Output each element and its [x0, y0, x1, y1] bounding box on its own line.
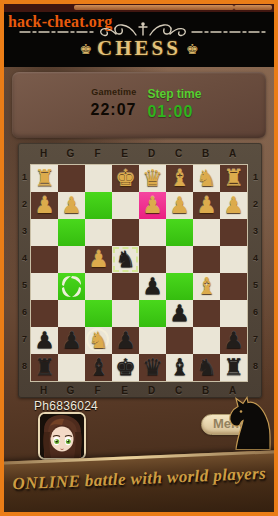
square-b5[interactable]: ♝: [193, 273, 220, 300]
piece-bP-g7[interactable]: ♟: [58, 327, 85, 354]
chess-board[interactable]: ♜♚♛♝♞♜♟♟♟♟♟♟♟♞♟♝♟♟♟♞♟♟♜♝♚♛♝♞♜: [30, 164, 248, 382]
claw-warning-icon: [58, 273, 85, 300]
coord-label: F: [84, 148, 111, 159]
game-title: CHESS: [97, 38, 181, 59]
square-g4[interactable]: [58, 246, 85, 273]
square-b7[interactable]: [193, 327, 220, 354]
coord-label: D: [138, 148, 165, 159]
clock-panel: Gametime 22:07 Step time 01:00: [12, 72, 266, 138]
square-c5[interactable]: [166, 273, 193, 300]
coord-label: H: [30, 385, 57, 396]
square-b8[interactable]: ♞: [193, 354, 220, 381]
coord-label: 2: [249, 191, 262, 218]
bottom-banner: ONLINE battle with world players: [0, 450, 278, 516]
coord-label: 1: [249, 164, 262, 191]
square-e2[interactable]: [112, 192, 139, 219]
square-d1[interactable]: ♛: [139, 165, 166, 192]
piece-wQ-d1[interactable]: ♛: [139, 165, 166, 192]
square-c4[interactable]: [166, 246, 193, 273]
app-screen: hack-cheat.org ♚ CHESS ♚ Gametime 22:07: [0, 0, 278, 516]
coord-label: G: [57, 148, 84, 159]
square-d6[interactable]: [139, 300, 166, 327]
piece-wN-b1[interactable]: ♞: [193, 165, 220, 192]
square-a4[interactable]: [220, 246, 247, 273]
knight-decoration-icon: [227, 396, 277, 452]
coord-label: A: [219, 148, 246, 159]
coord-label: A: [219, 385, 246, 396]
square-g6[interactable]: [58, 300, 85, 327]
coord-label: E: [111, 385, 138, 396]
piece-wP-d2[interactable]: ♟: [139, 192, 166, 219]
square-h8[interactable]: ♜: [31, 354, 58, 381]
coord-label: 5: [249, 272, 262, 299]
square-e7[interactable]: ♟: [112, 327, 139, 354]
square-f7[interactable]: ♞: [85, 327, 112, 354]
piece-bK-e8[interactable]: ♚: [112, 354, 139, 381]
square-b1[interactable]: ♞: [193, 165, 220, 192]
square-h6[interactable]: [31, 300, 58, 327]
square-a1[interactable]: ♜: [220, 165, 247, 192]
piece-wB-c1[interactable]: ♝: [166, 165, 193, 192]
piece-wP-c2[interactable]: ♟: [166, 192, 193, 219]
square-f8[interactable]: ♝: [85, 354, 112, 381]
coord-label: B: [192, 385, 219, 396]
piece-wP-a2[interactable]: ♟: [220, 192, 247, 219]
square-a6[interactable]: [220, 300, 247, 327]
piece-bB-f8[interactable]: ♝: [85, 354, 112, 381]
square-a8[interactable]: ♜: [220, 354, 247, 381]
square-g1[interactable]: [58, 165, 85, 192]
player-name: Ph6836024: [34, 399, 98, 413]
avatar-face: [40, 414, 84, 458]
square-h3[interactable]: [31, 219, 58, 246]
square-h5[interactable]: [31, 273, 58, 300]
square-c2[interactable]: ♟: [166, 192, 193, 219]
coord-label: 7: [249, 326, 262, 353]
steptime-value: 01:00: [147, 103, 201, 121]
square-b6[interactable]: [193, 300, 220, 327]
square-a2[interactable]: ♟: [220, 192, 247, 219]
chess-board-frame: HGFEDCBA HGFEDCBA 12345678 12345678 ♜♚♛♝…: [18, 143, 262, 398]
square-d3[interactable]: [139, 219, 166, 246]
crown-left-icon: ♚: [80, 42, 93, 56]
piece-bP-c6[interactable]: ♟: [166, 300, 193, 327]
square-e8[interactable]: ♚: [112, 354, 139, 381]
coord-label: G: [57, 385, 84, 396]
piece-wK-e1[interactable]: ♚: [112, 165, 139, 192]
square-g2[interactable]: ♟: [58, 192, 85, 219]
square-e6[interactable]: [112, 300, 139, 327]
coord-label: E: [111, 148, 138, 159]
square-d4[interactable]: [139, 246, 166, 273]
coord-label: C: [165, 385, 192, 396]
piece-bP-a7[interactable]: ♟: [220, 327, 247, 354]
square-a7[interactable]: ♟: [220, 327, 247, 354]
square-d5[interactable]: ♟: [139, 273, 166, 300]
square-g8[interactable]: [58, 354, 85, 381]
square-f3[interactable]: [85, 219, 112, 246]
piece-wR-a1[interactable]: ♜: [220, 165, 247, 192]
square-a3[interactable]: [220, 219, 247, 246]
square-c8[interactable]: ♝: [166, 354, 193, 381]
piece-bR-a8[interactable]: ♜: [220, 354, 247, 381]
square-h1[interactable]: ♜: [31, 165, 58, 192]
square-e3[interactable]: [112, 219, 139, 246]
coord-label: 6: [249, 299, 262, 326]
piece-wN-f7[interactable]: ♞: [85, 327, 112, 354]
square-c6[interactable]: ♟: [166, 300, 193, 327]
gametime-value: 22:07: [91, 101, 137, 119]
top-tab: [74, 5, 234, 10]
coord-label: C: [165, 148, 192, 159]
coord-label: B: [192, 148, 219, 159]
square-g3[interactable]: [58, 219, 85, 246]
piece-bP-h7[interactable]: ♟: [31, 327, 58, 354]
piece-bN-e4[interactable]: ♞: [112, 246, 139, 273]
coord-label: F: [84, 385, 111, 396]
square-f5[interactable]: [85, 273, 112, 300]
coord-label: D: [138, 385, 165, 396]
piece-bR-h8[interactable]: ♜: [31, 354, 58, 381]
square-c1[interactable]: ♝: [166, 165, 193, 192]
piece-bB-c8[interactable]: ♝: [166, 354, 193, 381]
piece-wP-b2[interactable]: ♟: [193, 192, 220, 219]
square-e1[interactable]: ♚: [112, 165, 139, 192]
top-tab: [234, 5, 272, 10]
piece-bN-b8[interactable]: ♞: [193, 354, 220, 381]
coord-label: 4: [249, 245, 262, 272]
piece-wP-f4[interactable]: ♟: [85, 246, 112, 273]
square-f2[interactable]: [85, 192, 112, 219]
square-f4[interactable]: ♟: [85, 246, 112, 273]
crown-right-icon: ♚: [186, 42, 199, 56]
piece-wP-h2[interactable]: ♟: [31, 192, 58, 219]
square-d7[interactable]: [139, 327, 166, 354]
square-b3[interactable]: [193, 219, 220, 246]
coord-label: H: [30, 148, 57, 159]
banner-text: ONLINE battle with world players: [0, 463, 278, 496]
square-b2[interactable]: ♟: [193, 192, 220, 219]
square-e4[interactable]: ♞: [112, 246, 139, 273]
square-f1[interactable]: [85, 165, 112, 192]
square-e5[interactable]: [112, 273, 139, 300]
square-f6[interactable]: [85, 300, 112, 327]
piece-bQ-d8[interactable]: ♛: [139, 354, 166, 381]
piece-bP-e7[interactable]: ♟: [112, 327, 139, 354]
coord-label: 8: [249, 353, 262, 380]
header: hack-cheat.org ♚ CHESS ♚: [4, 12, 274, 67]
square-c3[interactable]: [166, 219, 193, 246]
square-g7[interactable]: ♟: [58, 327, 85, 354]
square-g5[interactable]: [58, 273, 85, 300]
piece-bP-d5[interactable]: ♟: [139, 273, 166, 300]
square-h4[interactable]: [31, 246, 58, 273]
piece-wR-h1[interactable]: ♜: [31, 165, 58, 192]
square-b4[interactable]: [193, 246, 220, 273]
square-d2[interactable]: ♟: [139, 192, 166, 219]
square-d8[interactable]: ♛: [139, 354, 166, 381]
gametime-label: Gametime: [91, 87, 137, 97]
coord-label: 3: [249, 218, 262, 245]
square-h7[interactable]: ♟: [31, 327, 58, 354]
steptime-label: Step time: [147, 87, 201, 101]
square-h2[interactable]: ♟: [31, 192, 58, 219]
square-c7[interactable]: [166, 327, 193, 354]
top-strip: [4, 4, 274, 12]
square-a5[interactable]: [220, 273, 247, 300]
piece-wP-g2[interactable]: ♟: [58, 192, 85, 219]
player-avatar[interactable]: [38, 412, 86, 460]
piece-wB-b5[interactable]: ♝: [193, 273, 220, 300]
